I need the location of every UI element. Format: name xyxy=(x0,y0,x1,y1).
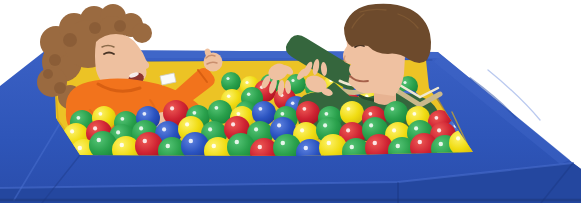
ball-highlight xyxy=(456,136,460,140)
ball-highlight xyxy=(346,128,350,132)
ball-highlight xyxy=(192,111,196,115)
ball-highlight xyxy=(231,122,235,126)
ball-highlight xyxy=(396,144,400,148)
ball-pit-photo xyxy=(0,0,581,203)
ball-highlight xyxy=(403,81,406,84)
ball-highlight xyxy=(247,92,251,96)
ball-highlight xyxy=(350,145,354,149)
ball-highlight xyxy=(93,126,97,130)
ball-highlight xyxy=(434,116,438,120)
ball-highlight xyxy=(120,117,124,121)
ball-highlight xyxy=(97,138,101,142)
ball-highlight xyxy=(291,101,295,105)
ball-highlight xyxy=(304,146,308,150)
ball-highlight xyxy=(437,128,441,132)
ball-highlight xyxy=(142,112,146,116)
scene-svg xyxy=(0,0,581,203)
ball-highlight xyxy=(392,128,396,132)
ball-highlight xyxy=(120,143,124,147)
ball-highlight xyxy=(189,139,193,143)
ball-highlight xyxy=(70,129,74,133)
ball-highlight xyxy=(281,141,285,145)
ball-highlight xyxy=(300,128,304,132)
ball-highlight xyxy=(236,112,240,116)
ball-highlight xyxy=(139,126,143,130)
ball-highlight xyxy=(323,123,327,127)
ball-highlight xyxy=(324,112,328,116)
ball-highlight xyxy=(302,107,306,111)
ball-highlight xyxy=(162,127,166,131)
ball-highlight xyxy=(368,112,372,116)
ball-highlight xyxy=(439,142,443,146)
ball-highlight xyxy=(412,112,416,116)
ball-highlight xyxy=(166,144,170,148)
ball-highlight xyxy=(76,116,80,120)
ball-highlight xyxy=(185,122,189,126)
ball-highlight xyxy=(414,126,418,130)
ball-highlight xyxy=(226,77,229,80)
ball-highlight xyxy=(235,140,239,144)
ball-highlight xyxy=(214,106,218,110)
ball-highlight xyxy=(418,140,422,144)
ball-highlight xyxy=(143,139,147,143)
ball-b xyxy=(252,101,276,125)
ball-highlight xyxy=(208,127,212,131)
ball-highlight xyxy=(116,130,120,134)
ball-highlight xyxy=(78,146,82,150)
ball-highlight xyxy=(98,112,102,116)
ball-highlight xyxy=(254,127,258,131)
ball-highlight xyxy=(245,81,248,84)
ball-highlight xyxy=(390,107,394,111)
ball-highlight xyxy=(212,144,216,148)
ball-highlight xyxy=(258,107,262,111)
ball-highlight xyxy=(277,123,281,127)
ball-highlight xyxy=(373,141,377,145)
ball-r xyxy=(296,101,320,125)
ball-highlight xyxy=(291,79,294,82)
ball-highlight xyxy=(280,112,284,116)
ball-y xyxy=(340,101,364,125)
ball-g xyxy=(221,72,241,92)
ball-highlight xyxy=(227,94,231,98)
ball-highlight xyxy=(258,145,262,149)
ball-g xyxy=(89,131,117,159)
ball-g xyxy=(384,101,408,125)
ball-highlight xyxy=(346,107,350,111)
ball-highlight xyxy=(170,106,174,110)
ball-highlight xyxy=(369,123,373,127)
ball-highlight xyxy=(327,141,331,145)
